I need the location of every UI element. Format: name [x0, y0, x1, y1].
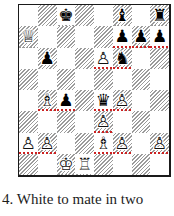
square-b4: ♗ [38, 90, 57, 111]
square-c1: ♔ [57, 154, 76, 175]
square-g6 [132, 48, 151, 69]
piece-white-pawn: ♙ [40, 135, 55, 152]
square-d2 [75, 133, 94, 154]
square-f4: ♙ [113, 90, 132, 111]
square-e1 [94, 154, 113, 175]
piece-black-pawn: ♟ [133, 28, 148, 45]
square-a2: ♙ [19, 133, 38, 154]
square-d3 [75, 111, 94, 132]
square-b6: ♟ [38, 48, 57, 69]
square-a5 [19, 69, 38, 90]
square-b8 [38, 5, 57, 26]
piece-black-pawn: ♟ [40, 50, 55, 67]
square-h6 [150, 48, 169, 69]
square-g7: ♟ [132, 26, 151, 47]
square-e6: ♙ [94, 48, 113, 69]
piece-white-rook: ♖ [77, 156, 92, 173]
square-h3 [150, 111, 169, 132]
square-f8: ♝ [113, 5, 132, 26]
piece-white-pawn: ♙ [96, 50, 111, 67]
square-e4: ♛ [94, 90, 113, 111]
square-b3 [38, 111, 57, 132]
square-b1 [38, 154, 57, 175]
square-f6: ♞ [113, 48, 132, 69]
square-a7: ♕ [19, 26, 38, 47]
square-g8 [132, 5, 151, 26]
page: ♚♝♜♕♟♟♟♟♙♞♗♟♛♙♙♙♙♗♙♙♔♖ 4. White to mate … [0, 0, 174, 216]
square-c7 [57, 26, 76, 47]
square-f3 [113, 111, 132, 132]
square-g3 [132, 111, 151, 132]
square-f7: ♟ [113, 26, 132, 47]
square-b7 [38, 26, 57, 47]
square-h7: ♟ [150, 26, 169, 47]
square-a4 [19, 90, 38, 111]
square-c3 [57, 111, 76, 132]
piece-black-knight: ♞ [115, 50, 130, 67]
piece-black-pawn: ♟ [115, 28, 130, 45]
square-g2 [132, 133, 151, 154]
square-c2 [57, 133, 76, 154]
square-e8 [94, 5, 113, 26]
square-b2: ♙ [38, 133, 57, 154]
square-g4 [132, 90, 151, 111]
square-d5 [75, 69, 94, 90]
piece-white-king: ♔ [58, 156, 73, 173]
square-a1 [19, 154, 38, 175]
square-h4 [150, 90, 169, 111]
square-c8: ♚ [57, 5, 76, 26]
square-g1 [132, 154, 151, 175]
square-d1: ♖ [75, 154, 94, 175]
diagram-caption: 4. White to mate in two [2, 191, 172, 208]
piece-black-bishop: ♝ [115, 7, 130, 24]
square-h8: ♜ [150, 5, 169, 26]
square-e5 [94, 69, 113, 90]
piece-white-bishop: ♗ [96, 135, 111, 152]
piece-black-pawn: ♟ [152, 28, 167, 45]
square-a8 [19, 5, 38, 26]
square-e2: ♗ [94, 133, 113, 154]
square-d6 [75, 48, 94, 69]
square-c4: ♟ [57, 90, 76, 111]
square-a3 [19, 111, 38, 132]
piece-white-bishop: ♗ [40, 92, 55, 109]
square-a6 [19, 48, 38, 69]
square-d4 [75, 90, 94, 111]
square-h5 [150, 69, 169, 90]
square-g5 [132, 69, 151, 90]
square-e7 [94, 26, 113, 47]
piece-white-pawn: ♙ [96, 113, 111, 130]
square-c5 [57, 69, 76, 90]
square-d8 [75, 5, 94, 26]
square-h2: ♙ [150, 133, 169, 154]
piece-black-pawn: ♟ [58, 92, 73, 109]
square-h1 [150, 154, 169, 175]
chess-board: ♚♝♜♕♟♟♟♟♙♞♗♟♛♙♙♙♙♗♙♙♔♖ [18, 4, 171, 177]
piece-white-pawn: ♙ [115, 135, 130, 152]
piece-white-pawn: ♙ [115, 92, 130, 109]
piece-black-rook: ♜ [152, 7, 167, 24]
square-b5 [38, 69, 57, 90]
piece-white-pawn: ♙ [152, 135, 167, 152]
square-e3: ♙ [94, 111, 113, 132]
square-f5 [113, 69, 132, 90]
square-d7 [75, 26, 94, 47]
piece-black-king: ♚ [58, 7, 73, 24]
piece-white-queen: ♕ [21, 28, 36, 45]
piece-white-pawn: ♙ [21, 135, 36, 152]
piece-black-queen: ♛ [96, 92, 111, 109]
square-f1 [113, 154, 132, 175]
square-f2: ♙ [113, 133, 132, 154]
square-c6 [57, 48, 76, 69]
